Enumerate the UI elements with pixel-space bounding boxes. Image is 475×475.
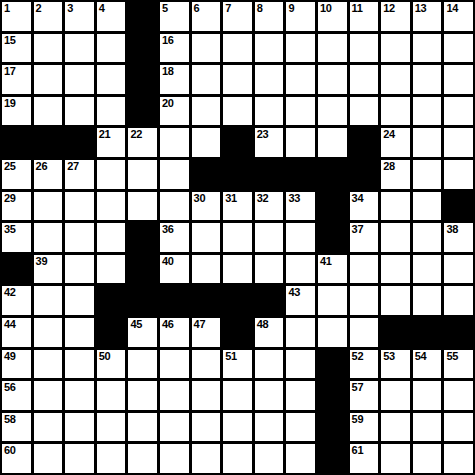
black-square-r9c7	[223, 286, 252, 315]
cell-r12c13[interactable]	[413, 381, 442, 410]
cell-r0c11[interactable]: 11	[350, 2, 379, 31]
clue-number-16: 16	[162, 34, 174, 47]
cell-r4c5[interactable]	[160, 128, 189, 157]
cell-r3c2[interactable]	[65, 97, 94, 126]
clue-number-61: 61	[352, 444, 364, 457]
cell-r14c6[interactable]	[192, 444, 221, 473]
clue-number-13: 13	[415, 2, 427, 15]
black-square-r0c4	[128, 2, 157, 31]
cell-r3c10[interactable]	[318, 97, 347, 126]
black-square-r5c6	[192, 160, 221, 189]
cell-r8c2[interactable]	[65, 255, 94, 284]
cell-r2c14[interactable]	[444, 65, 473, 94]
black-square-r14c10	[318, 444, 347, 473]
clue-number-46: 46	[162, 318, 174, 331]
cell-r11c7[interactable]: 51	[223, 350, 252, 379]
black-square-r10c3	[97, 318, 126, 347]
cell-r11c2[interactable]	[65, 350, 94, 379]
cell-r12c6[interactable]	[192, 381, 221, 410]
black-square-r7c4	[128, 223, 157, 252]
cell-r6c3[interactable]	[97, 192, 126, 221]
cell-r7c9[interactable]	[286, 223, 315, 252]
cell-r3c7[interactable]	[223, 97, 252, 126]
cell-r7c3[interactable]	[97, 223, 126, 252]
cell-r4c9[interactable]	[286, 128, 315, 157]
clue-number-28: 28	[383, 160, 395, 173]
cell-r11c1[interactable]	[34, 350, 63, 379]
cell-r12c11[interactable]: 57	[350, 381, 379, 410]
clue-number-1: 1	[4, 2, 10, 15]
cell-r8c13[interactable]	[413, 255, 442, 284]
cell-r6c13[interactable]	[413, 192, 442, 221]
cell-r0c10[interactable]: 10	[318, 2, 347, 31]
cell-r14c13[interactable]	[413, 444, 442, 473]
cell-r3c9[interactable]	[286, 97, 315, 126]
clue-number-58: 58	[4, 413, 16, 426]
cell-r13c8[interactable]	[255, 413, 284, 442]
cell-r9c12[interactable]	[381, 286, 410, 315]
cell-r0c8[interactable]: 8	[255, 2, 284, 31]
cell-r8c12[interactable]	[381, 255, 410, 284]
clue-number-38: 38	[446, 223, 458, 236]
black-square-r10c12	[381, 318, 410, 347]
cell-r5c1[interactable]: 26	[34, 160, 63, 189]
clue-number-60: 60	[4, 444, 16, 457]
cell-r0c13[interactable]: 13	[413, 2, 442, 31]
cell-r1c12[interactable]	[381, 34, 410, 63]
cell-r14c7[interactable]	[223, 444, 252, 473]
clue-number-56: 56	[4, 381, 16, 394]
black-square-r5c8	[255, 160, 284, 189]
cell-r9c2[interactable]	[65, 286, 94, 315]
cell-r2c10[interactable]	[318, 65, 347, 94]
black-square-r5c11	[350, 160, 379, 189]
cell-r14c0[interactable]: 60	[2, 444, 31, 473]
cell-r10c8[interactable]: 48	[255, 318, 284, 347]
clue-number-18: 18	[162, 65, 174, 78]
cell-r10c11[interactable]	[350, 318, 379, 347]
cell-r0c1[interactable]: 2	[34, 2, 63, 31]
cell-r8c10[interactable]: 41	[318, 255, 347, 284]
clue-number-27: 27	[67, 160, 79, 173]
cell-r1c10[interactable]	[318, 34, 347, 63]
clue-number-24: 24	[383, 128, 395, 141]
cell-r1c8[interactable]	[255, 34, 284, 63]
cell-r1c0[interactable]: 15	[2, 34, 31, 63]
cell-r3c6[interactable]	[192, 97, 221, 126]
black-square-r9c3	[97, 286, 126, 315]
cell-r2c9[interactable]	[286, 65, 315, 94]
cell-r12c8[interactable]	[255, 381, 284, 410]
cell-r3c8[interactable]	[255, 97, 284, 126]
cell-r11c0[interactable]: 49	[2, 350, 31, 379]
cell-r2c5[interactable]: 18	[160, 65, 189, 94]
black-square-r5c9	[286, 160, 315, 189]
cell-r8c1[interactable]: 39	[34, 255, 63, 284]
black-square-r4c11	[350, 128, 379, 157]
clue-number-49: 49	[4, 350, 16, 363]
cell-r2c13[interactable]	[413, 65, 442, 94]
cell-r10c6[interactable]: 47	[192, 318, 221, 347]
cell-r14c2[interactable]	[65, 444, 94, 473]
cell-r5c5[interactable]	[160, 160, 189, 189]
clue-number-14: 14	[446, 2, 458, 15]
cell-r14c11[interactable]: 61	[350, 444, 379, 473]
cell-r3c0[interactable]: 19	[2, 97, 31, 126]
black-square-r11c10	[318, 350, 347, 379]
black-square-r2c4	[128, 65, 157, 94]
cell-r6c8[interactable]: 32	[255, 192, 284, 221]
cell-r7c12[interactable]	[381, 223, 410, 252]
clue-number-15: 15	[4, 34, 16, 47]
cell-r13c9[interactable]	[286, 413, 315, 442]
cell-r2c0[interactable]: 17	[2, 65, 31, 94]
cell-r1c2[interactable]	[65, 34, 94, 63]
cell-r2c2[interactable]	[65, 65, 94, 94]
crossword-board: 1234567891011121314151617181920212223242…	[0, 0, 475, 475]
cell-r13c2[interactable]	[65, 413, 94, 442]
clue-number-34: 34	[352, 192, 364, 205]
cell-r13c14[interactable]	[444, 413, 473, 442]
cell-r3c3[interactable]	[97, 97, 126, 126]
clue-number-2: 2	[36, 2, 42, 15]
cell-r4c3[interactable]: 21	[97, 128, 126, 157]
cell-r5c12[interactable]: 28	[381, 160, 410, 189]
clue-number-53: 53	[383, 350, 395, 363]
black-square-r10c7	[223, 318, 252, 347]
cell-r10c10[interactable]	[318, 318, 347, 347]
cell-r10c4[interactable]: 45	[128, 318, 157, 347]
black-square-r12c10	[318, 381, 347, 410]
cell-r0c3[interactable]: 4	[97, 2, 126, 31]
cell-r9c1[interactable]	[34, 286, 63, 315]
cell-r3c13[interactable]	[413, 97, 442, 126]
cell-r7c8[interactable]	[255, 223, 284, 252]
cell-r12c7[interactable]	[223, 381, 252, 410]
cell-r13c12[interactable]	[381, 413, 410, 442]
cell-r7c1[interactable]	[34, 223, 63, 252]
cell-r13c0[interactable]: 58	[2, 413, 31, 442]
cell-r9c0[interactable]: 42	[2, 286, 31, 315]
cell-r14c5[interactable]	[160, 444, 189, 473]
cell-r0c7[interactable]: 7	[223, 2, 252, 31]
clue-number-29: 29	[4, 192, 16, 205]
cell-r7c5[interactable]: 36	[160, 223, 189, 252]
clue-number-59: 59	[352, 413, 364, 426]
cell-r7c0[interactable]: 35	[2, 223, 31, 252]
cell-r1c11[interactable]	[350, 34, 379, 63]
cell-r2c3[interactable]	[97, 65, 126, 94]
cell-r11c3[interactable]: 50	[97, 350, 126, 379]
cell-r9c9[interactable]: 43	[286, 286, 315, 315]
cell-r6c5[interactable]	[160, 192, 189, 221]
clue-number-44: 44	[4, 318, 16, 331]
cell-r4c8[interactable]: 23	[255, 128, 284, 157]
cell-r10c9[interactable]	[286, 318, 315, 347]
cell-r9c13[interactable]	[413, 286, 442, 315]
cell-r12c1[interactable]	[34, 381, 63, 410]
black-square-r6c10	[318, 192, 347, 221]
cell-r6c9[interactable]: 33	[286, 192, 315, 221]
cell-r14c12[interactable]	[381, 444, 410, 473]
cell-r14c8[interactable]	[255, 444, 284, 473]
clue-number-6: 6	[194, 2, 200, 15]
cell-r9c11[interactable]	[350, 286, 379, 315]
cell-r9c14[interactable]	[444, 286, 473, 315]
cell-r4c14[interactable]	[444, 128, 473, 157]
clue-number-5: 5	[162, 2, 168, 15]
cell-r1c13[interactable]	[413, 34, 442, 63]
clue-number-3: 3	[67, 2, 73, 15]
clue-number-26: 26	[36, 160, 48, 173]
cell-r3c12[interactable]	[381, 97, 410, 126]
cell-r2c11[interactable]	[350, 65, 379, 94]
cell-r11c11[interactable]: 52	[350, 350, 379, 379]
cell-r1c1[interactable]	[34, 34, 63, 63]
cell-r13c13[interactable]	[413, 413, 442, 442]
cell-r10c1[interactable]	[34, 318, 63, 347]
cell-r6c11[interactable]: 34	[350, 192, 379, 221]
cell-r0c2[interactable]: 3	[65, 2, 94, 31]
black-square-r4c1	[34, 128, 63, 157]
cell-r6c2[interactable]	[65, 192, 94, 221]
black-square-r5c7	[223, 160, 252, 189]
clue-number-41: 41	[320, 255, 332, 268]
clue-number-54: 54	[415, 350, 427, 363]
cell-r12c0[interactable]: 56	[2, 381, 31, 410]
clue-number-25: 25	[4, 160, 16, 173]
clue-number-40: 40	[162, 255, 174, 268]
cell-r7c6[interactable]	[192, 223, 221, 252]
cell-r5c4[interactable]	[128, 160, 157, 189]
cell-r5c2[interactable]: 27	[65, 160, 94, 189]
cell-r0c5[interactable]: 5	[160, 2, 189, 31]
cell-r11c14[interactable]: 55	[444, 350, 473, 379]
clue-number-21: 21	[99, 128, 111, 141]
cell-r11c9[interactable]	[286, 350, 315, 379]
black-square-r9c6	[192, 286, 221, 315]
cell-r11c6[interactable]	[192, 350, 221, 379]
cell-r0c12[interactable]: 12	[381, 2, 410, 31]
cell-r4c4[interactable]: 22	[128, 128, 157, 157]
clue-number-9: 9	[288, 2, 294, 15]
clue-number-50: 50	[99, 350, 111, 363]
black-square-r9c4	[128, 286, 157, 315]
cell-r6c12[interactable]	[381, 192, 410, 221]
cell-r13c4[interactable]	[128, 413, 157, 442]
clue-number-47: 47	[194, 318, 206, 331]
cell-r12c2[interactable]	[65, 381, 94, 410]
black-square-r4c0	[2, 128, 31, 157]
cell-r13c7[interactable]	[223, 413, 252, 442]
cell-r0c0[interactable]: 1	[2, 2, 31, 31]
cell-r10c2[interactable]	[65, 318, 94, 347]
cell-r3c11[interactable]	[350, 97, 379, 126]
cell-r3c14[interactable]	[444, 97, 473, 126]
clue-number-36: 36	[162, 223, 174, 236]
clue-number-22: 22	[130, 128, 142, 141]
cell-r5c14[interactable]	[444, 160, 473, 189]
clue-number-33: 33	[288, 192, 300, 205]
cell-r3c1[interactable]	[34, 97, 63, 126]
cell-r14c14[interactable]	[444, 444, 473, 473]
black-square-r9c5	[160, 286, 189, 315]
cell-r12c9[interactable]	[286, 381, 315, 410]
black-square-r4c2	[65, 128, 94, 157]
clue-number-45: 45	[130, 318, 142, 331]
clue-number-19: 19	[4, 97, 16, 110]
cell-r5c3[interactable]	[97, 160, 126, 189]
cell-r8c7[interactable]	[223, 255, 252, 284]
cell-r5c0[interactable]: 25	[2, 160, 31, 189]
cell-r8c6[interactable]	[192, 255, 221, 284]
cell-r13c6[interactable]	[192, 413, 221, 442]
clue-number-42: 42	[4, 286, 16, 299]
cell-r1c9[interactable]	[286, 34, 315, 63]
cell-r2c1[interactable]	[34, 65, 63, 94]
cell-r7c2[interactable]	[65, 223, 94, 252]
cell-r0c9[interactable]: 9	[286, 2, 315, 31]
cell-r0c14[interactable]: 14	[444, 2, 473, 31]
cell-r6c4[interactable]	[128, 192, 157, 221]
clue-number-55: 55	[446, 350, 458, 363]
cell-r7c11[interactable]: 37	[350, 223, 379, 252]
clue-number-32: 32	[257, 192, 269, 205]
clue-number-48: 48	[257, 318, 269, 331]
cell-r14c3[interactable]	[97, 444, 126, 473]
cell-r1c7[interactable]	[223, 34, 252, 63]
cell-r11c5[interactable]	[160, 350, 189, 379]
cell-r12c3[interactable]	[97, 381, 126, 410]
cell-r13c3[interactable]	[97, 413, 126, 442]
cell-r10c5[interactable]: 46	[160, 318, 189, 347]
cell-r1c6[interactable]	[192, 34, 221, 63]
cell-r1c14[interactable]	[444, 34, 473, 63]
cell-r0c6[interactable]: 6	[192, 2, 221, 31]
black-square-r3c4	[128, 97, 157, 126]
cell-r13c5[interactable]	[160, 413, 189, 442]
clue-number-31: 31	[225, 192, 237, 205]
clue-number-37: 37	[352, 223, 364, 236]
cell-r7c7[interactable]	[223, 223, 252, 252]
cell-r4c13[interactable]	[413, 128, 442, 157]
clue-number-8: 8	[257, 2, 263, 15]
clue-number-39: 39	[36, 255, 48, 268]
cell-r6c1[interactable]	[34, 192, 63, 221]
cell-r8c9[interactable]	[286, 255, 315, 284]
clue-number-10: 10	[320, 2, 332, 15]
cell-r10c0[interactable]: 44	[2, 318, 31, 347]
clue-number-43: 43	[288, 286, 300, 299]
black-square-r1c4	[128, 34, 157, 63]
clue-number-57: 57	[352, 381, 364, 394]
clue-number-7: 7	[225, 2, 231, 15]
cell-r13c1[interactable]	[34, 413, 63, 442]
cell-r8c11[interactable]	[350, 255, 379, 284]
clue-number-11: 11	[352, 2, 363, 15]
black-square-r8c0	[2, 255, 31, 284]
clue-number-20: 20	[162, 97, 174, 110]
cell-r7c13[interactable]	[413, 223, 442, 252]
cell-r12c14[interactable]	[444, 381, 473, 410]
cell-r13c11[interactable]: 59	[350, 413, 379, 442]
cell-r11c13[interactable]: 54	[413, 350, 442, 379]
cell-r8c14[interactable]	[444, 255, 473, 284]
cell-r2c7[interactable]	[223, 65, 252, 94]
cell-r5c13[interactable]	[413, 160, 442, 189]
cell-r3c5[interactable]: 20	[160, 97, 189, 126]
cell-r11c12[interactable]: 53	[381, 350, 410, 379]
clue-number-52: 52	[352, 350, 364, 363]
clue-number-51: 51	[225, 350, 237, 363]
black-square-r10c13	[413, 318, 442, 347]
cell-r4c10[interactable]	[318, 128, 347, 157]
cell-r6c0[interactable]: 29	[2, 192, 31, 221]
cell-r4c6[interactable]	[192, 128, 221, 157]
cell-r7c14[interactable]: 38	[444, 223, 473, 252]
cell-r12c12[interactable]	[381, 381, 410, 410]
cell-r14c9[interactable]	[286, 444, 315, 473]
cell-r12c5[interactable]	[160, 381, 189, 410]
cell-r8c5[interactable]: 40	[160, 255, 189, 284]
clue-number-17: 17	[4, 65, 16, 78]
cell-r6c7[interactable]: 31	[223, 192, 252, 221]
cell-r2c6[interactable]	[192, 65, 221, 94]
cell-r12c4[interactable]	[128, 381, 157, 410]
cell-r2c8[interactable]	[255, 65, 284, 94]
clue-number-12: 12	[383, 2, 395, 15]
cell-r1c5[interactable]: 16	[160, 34, 189, 63]
black-square-r8c4	[128, 255, 157, 284]
clue-number-35: 35	[4, 223, 16, 236]
cell-r6c6[interactable]: 30	[192, 192, 221, 221]
black-square-r9c8	[255, 286, 284, 315]
cell-r9c10[interactable]	[318, 286, 347, 315]
black-square-r5c10	[318, 160, 347, 189]
cell-r2c12[interactable]	[381, 65, 410, 94]
cell-r8c8[interactable]	[255, 255, 284, 284]
cell-r4c12[interactable]: 24	[381, 128, 410, 157]
cell-r14c1[interactable]	[34, 444, 63, 473]
black-square-r10c14	[444, 318, 473, 347]
cell-r11c4[interactable]	[128, 350, 157, 379]
cell-r11c8[interactable]	[255, 350, 284, 379]
clue-number-23: 23	[257, 128, 269, 141]
cell-r1c3[interactable]	[97, 34, 126, 63]
clue-number-4: 4	[99, 2, 105, 15]
cell-r8c3[interactable]	[97, 255, 126, 284]
cell-r14c4[interactable]	[128, 444, 157, 473]
black-square-r4c7	[223, 128, 252, 157]
clue-number-30: 30	[194, 192, 206, 205]
black-square-r6c14	[444, 192, 473, 221]
black-square-r7c10	[318, 223, 347, 252]
black-square-r13c10	[318, 413, 347, 442]
